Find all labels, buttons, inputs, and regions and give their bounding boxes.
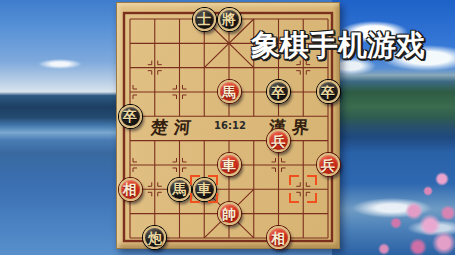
piece-red-soldier-1[interactable]: 兵 [267, 129, 290, 152]
piece-black-advisor[interactable]: 士 [193, 8, 216, 31]
piece-black-soldier-3[interactable]: 卒 [119, 105, 142, 128]
piece-red-chariot[interactable]: 車 [218, 153, 241, 176]
piece-red-general[interactable]: 帥 [218, 202, 241, 225]
piece-red-soldier-2[interactable]: 兵 [317, 153, 340, 176]
game-timer: 16:12 [213, 120, 247, 131]
piece-red-elephant-1[interactable]: 相 [119, 178, 142, 201]
piece-black-soldier-2[interactable]: 卒 [317, 80, 340, 103]
piece-black-horse[interactable]: 馬 [168, 178, 191, 201]
cloud [36, 58, 84, 70]
game-screen: 楚河 漢界 16:12 士將馬卒卒卒兵車兵相馬車帥炮相 象棋手机游戏 [0, 0, 455, 255]
piece-black-chariot[interactable]: 車 [193, 178, 216, 201]
piece-red-horse[interactable]: 馬 [218, 80, 241, 103]
river-label-chu-he: 楚河 [150, 116, 198, 139]
piece-black-general[interactable]: 將 [218, 8, 241, 31]
cherry-blossoms [370, 165, 455, 255]
app-title-overlay: 象棋手机游戏 [251, 26, 425, 66]
